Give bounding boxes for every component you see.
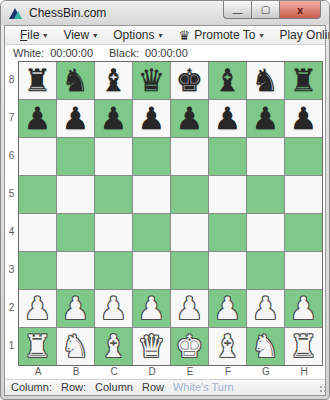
square-d6[interactable]	[133, 138, 170, 175]
menu-item-view[interactable]: View▾	[56, 26, 104, 44]
white-pawn: ♟	[214, 293, 242, 324]
menu-item-label: Options	[113, 28, 154, 42]
square-d4[interactable]	[133, 214, 170, 251]
menu-item-label: File	[20, 28, 39, 42]
square-d8[interactable]: ♛	[133, 62, 170, 99]
square-h7[interactable]: ♟	[285, 100, 322, 137]
square-h4[interactable]	[285, 214, 322, 251]
status-column-label: Column:	[11, 381, 52, 393]
square-a6[interactable]	[19, 138, 56, 175]
black-rook: ♜	[24, 65, 52, 96]
square-a8[interactable]: ♜	[19, 62, 56, 99]
square-f5[interactable]	[209, 176, 246, 213]
square-c4[interactable]	[95, 214, 132, 251]
square-d2[interactable]: ♟	[133, 290, 170, 327]
black-pawn: ♟	[24, 103, 52, 134]
square-f2[interactable]: ♟	[209, 290, 246, 327]
white-knight: ♞	[62, 331, 90, 362]
square-d3[interactable]	[133, 252, 170, 289]
file-label-f: F	[209, 366, 247, 379]
white-queen: ♛	[138, 331, 166, 362]
menu-bar: File▾View▾Options▾♛Promote To▾Play Onlin…	[5, 26, 325, 45]
square-h1[interactable]: ♜	[285, 328, 322, 365]
file-label-c: C	[95, 366, 133, 379]
white-pawn: ♟	[24, 293, 52, 324]
turn-indicator: White's Turn	[173, 381, 234, 393]
status-column-value: Column	[95, 381, 133, 393]
promote-queen-icon: ♛	[179, 29, 191, 42]
chessbin-window: ChessBin.com — ▢ x File▾View▾Options▾♛Pr…	[0, 0, 330, 400]
square-h2[interactable]: ♟	[285, 290, 322, 327]
square-a3[interactable]	[19, 252, 56, 289]
dropdown-arrow-icon: ▾	[159, 31, 163, 40]
menu-item-label: Play Online	[279, 28, 330, 42]
black-clock-value: 00:00:00	[145, 47, 188, 59]
white-clock-value: 00:00:00	[50, 47, 93, 59]
white-rook: ♜	[290, 331, 318, 362]
rank-label-1: 1	[5, 327, 18, 365]
square-b1[interactable]: ♞	[57, 328, 94, 365]
resize-grip[interactable]	[320, 390, 322, 392]
file-label-h: H	[285, 366, 323, 379]
menu-item-play-online[interactable]: Play Online	[272, 26, 330, 44]
square-e1[interactable]: ♚	[171, 328, 208, 365]
square-g7[interactable]: ♟	[247, 100, 284, 137]
white-pawn: ♟	[62, 293, 90, 324]
square-h3[interactable]	[285, 252, 322, 289]
square-f3[interactable]	[209, 252, 246, 289]
black-pawn: ♟	[252, 103, 280, 134]
white-clock-label: White:	[13, 47, 44, 59]
square-f4[interactable]	[209, 214, 246, 251]
menu-item-options[interactable]: Options▾	[106, 26, 169, 44]
menu-item-file[interactable]: File▾	[13, 26, 54, 44]
square-e8[interactable]: ♚	[171, 62, 208, 99]
square-d1[interactable]: ♛	[133, 328, 170, 365]
file-label-e: E	[171, 366, 209, 379]
square-b7[interactable]: ♟	[57, 100, 94, 137]
square-a5[interactable]	[19, 176, 56, 213]
square-c2[interactable]: ♟	[95, 290, 132, 327]
square-e3[interactable]	[171, 252, 208, 289]
square-c8[interactable]: ♝	[95, 62, 132, 99]
close-button[interactable]: x	[279, 1, 321, 19]
square-c6[interactable]	[95, 138, 132, 175]
white-knight: ♞	[252, 331, 280, 362]
square-b4[interactable]	[57, 214, 94, 251]
white-king: ♚	[176, 331, 204, 362]
square-a1[interactable]: ♜	[19, 328, 56, 365]
rank-labels: 87654321	[5, 61, 18, 366]
status-bar: Column: Row: Column Row White's Turn	[5, 379, 325, 395]
maximize-button[interactable]: ▢	[252, 1, 279, 19]
square-a4[interactable]	[19, 214, 56, 251]
black-pawn: ♟	[100, 103, 128, 134]
menu-item-promote-to[interactable]: ♛Promote To▾	[172, 26, 271, 44]
black-king: ♚	[176, 65, 204, 96]
close-icon: x	[297, 4, 303, 16]
square-c5[interactable]	[95, 176, 132, 213]
board-zone: 87654321 ♜♞♝♛♚♝♞♜♟♟♟♟♟♟♟♟♟♟♟♟♟♟♟♟♜♞♝♛♚♝♞…	[5, 61, 325, 379]
white-pawn: ♟	[252, 293, 280, 324]
black-knight: ♞	[62, 65, 90, 96]
chess-board: ♜♞♝♛♚♝♞♜♟♟♟♟♟♟♟♟♟♟♟♟♟♟♟♟♜♞♝♛♚♝♞♜	[18, 61, 323, 366]
square-g3[interactable]	[247, 252, 284, 289]
square-h5[interactable]	[285, 176, 322, 213]
black-knight: ♞	[252, 65, 280, 96]
square-e2[interactable]: ♟	[171, 290, 208, 327]
white-rook: ♜	[24, 331, 52, 362]
square-f1[interactable]: ♝	[209, 328, 246, 365]
square-g5[interactable]	[247, 176, 284, 213]
square-b8[interactable]: ♞	[57, 62, 94, 99]
rank-label-7: 7	[5, 99, 18, 137]
minimize-icon: —	[233, 7, 243, 18]
rank-label-4: 4	[5, 213, 18, 251]
square-c3[interactable]	[95, 252, 132, 289]
black-pawn: ♟	[290, 103, 318, 134]
square-a2[interactable]: ♟	[19, 290, 56, 327]
file-label-g: G	[247, 366, 285, 379]
square-b3[interactable]	[57, 252, 94, 289]
square-f6[interactable]	[209, 138, 246, 175]
square-a7[interactable]: ♟	[19, 100, 56, 137]
square-h8[interactable]: ♜	[285, 62, 322, 99]
file-label-b: B	[57, 366, 95, 379]
square-d5[interactable]	[133, 176, 170, 213]
square-h6[interactable]	[285, 138, 322, 175]
square-b2[interactable]: ♟	[57, 290, 94, 327]
square-c7[interactable]: ♟	[95, 100, 132, 137]
rank-label-3: 3	[5, 251, 18, 289]
window-title: ChessBin.com	[29, 6, 106, 20]
white-pawn: ♟	[176, 293, 204, 324]
square-c1[interactable]: ♝	[95, 328, 132, 365]
square-e4[interactable]	[171, 214, 208, 251]
black-pawn: ♟	[62, 103, 90, 134]
minimize-button[interactable]: —	[223, 1, 252, 19]
file-labels: ABCDEFGH	[19, 366, 325, 379]
white-pawn: ♟	[290, 293, 318, 324]
white-pawn: ♟	[138, 293, 166, 324]
square-g4[interactable]	[247, 214, 284, 251]
square-e5[interactable]	[171, 176, 208, 213]
rank-label-2: 2	[5, 289, 18, 327]
dropdown-arrow-icon: ▾	[43, 31, 47, 40]
square-g2[interactable]: ♟	[247, 290, 284, 327]
square-f8[interactable]: ♝	[209, 62, 246, 99]
dropdown-arrow-icon: ▾	[93, 31, 97, 40]
file-label-a: A	[19, 366, 57, 379]
black-rook: ♜	[290, 65, 318, 96]
rank-label-5: 5	[5, 175, 18, 213]
square-g1[interactable]: ♞	[247, 328, 284, 365]
black-pawn: ♟	[214, 103, 242, 134]
window-controls: — ▢ x	[223, 1, 321, 19]
clock-panel: White: 00:00:00 Black: 00:00:00	[5, 45, 325, 60]
file-label-d: D	[133, 366, 171, 379]
status-row-label: Row:	[61, 381, 86, 393]
square-e7[interactable]: ♟	[171, 100, 208, 137]
maximize-icon: ▢	[261, 4, 270, 15]
white-bishop: ♝	[214, 331, 242, 362]
black-bishop: ♝	[214, 65, 242, 96]
menu-item-label: Promote To	[194, 28, 255, 42]
status-row-value: Row	[142, 381, 164, 393]
square-g6[interactable]	[247, 138, 284, 175]
white-bishop: ♝	[100, 331, 128, 362]
square-b6[interactable]	[57, 138, 94, 175]
black-clock-label: Black:	[109, 47, 139, 59]
rank-label-6: 6	[5, 137, 18, 175]
rank-label-8: 8	[5, 61, 18, 99]
client-area: File▾View▾Options▾♛Promote To▾Play Onlin…	[4, 25, 326, 396]
square-f7[interactable]: ♟	[209, 100, 246, 137]
app-icon	[9, 7, 23, 19]
square-d7[interactable]: ♟	[133, 100, 170, 137]
black-pawn: ♟	[176, 103, 204, 134]
square-e6[interactable]	[171, 138, 208, 175]
square-b5[interactable]	[57, 176, 94, 213]
square-g8[interactable]: ♞	[247, 62, 284, 99]
white-pawn: ♟	[100, 293, 128, 324]
black-pawn: ♟	[138, 103, 166, 134]
menu-item-label: View	[63, 28, 89, 42]
black-bishop: ♝	[100, 65, 128, 96]
black-queen: ♛	[138, 65, 166, 96]
dropdown-arrow-icon: ▾	[259, 31, 263, 40]
